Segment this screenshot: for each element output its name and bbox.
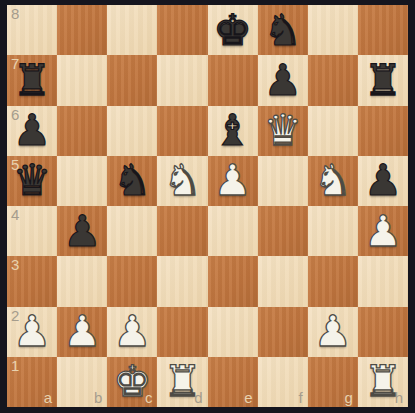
chess-board: 8♚♞7♜♟♜6♟♝♛5♛♞♞♟♞♟4♟♟32♟♟♟♟1abc♚d♜efgh♜ bbox=[7, 5, 408, 407]
piece-black-bishop-e6[interactable]: ♝ bbox=[213, 109, 252, 152]
piece-black-pawn-f7[interactable]: ♟ bbox=[263, 59, 302, 102]
square-f6[interactable]: ♛ bbox=[258, 106, 308, 156]
square-g8[interactable] bbox=[308, 5, 358, 55]
square-e8[interactable]: ♚ bbox=[208, 5, 258, 55]
square-b3[interactable] bbox=[57, 256, 107, 306]
square-f7[interactable]: ♟ bbox=[258, 55, 308, 105]
square-c2[interactable]: ♟ bbox=[107, 307, 157, 357]
square-a4[interactable]: 4 bbox=[7, 206, 57, 256]
rank-label-1: 1 bbox=[11, 358, 19, 375]
file-label-b: b bbox=[94, 390, 102, 407]
file-label-f: f bbox=[299, 390, 303, 407]
square-f2[interactable] bbox=[258, 307, 308, 357]
square-c6[interactable] bbox=[107, 106, 157, 156]
square-a7[interactable]: 7♜ bbox=[7, 55, 57, 105]
square-e6[interactable]: ♝ bbox=[208, 106, 258, 156]
piece-black-knight-c5[interactable]: ♞ bbox=[113, 159, 152, 202]
square-a6[interactable]: 6♟ bbox=[7, 106, 57, 156]
square-a1[interactable]: 1a bbox=[7, 357, 57, 407]
square-g1[interactable]: g bbox=[308, 357, 358, 407]
square-h8[interactable] bbox=[358, 5, 408, 55]
piece-white-queen-f6[interactable]: ♛ bbox=[263, 109, 302, 152]
piece-black-king-e8[interactable]: ♚ bbox=[213, 9, 252, 52]
square-b8[interactable] bbox=[57, 5, 107, 55]
piece-white-knight-g5[interactable]: ♞ bbox=[314, 159, 353, 202]
rank-label-8: 8 bbox=[11, 6, 19, 23]
square-c3[interactable] bbox=[107, 256, 157, 306]
piece-white-king-c1[interactable]: ♚ bbox=[113, 360, 152, 403]
square-c7[interactable] bbox=[107, 55, 157, 105]
square-e4[interactable] bbox=[208, 206, 258, 256]
square-c1[interactable]: c♚ bbox=[107, 357, 157, 407]
piece-white-pawn-e5[interactable]: ♟ bbox=[213, 159, 252, 202]
piece-black-knight-f8[interactable]: ♞ bbox=[263, 9, 302, 52]
square-d6[interactable] bbox=[157, 106, 207, 156]
square-h5[interactable]: ♟ bbox=[358, 156, 408, 206]
square-f5[interactable] bbox=[258, 156, 308, 206]
square-b4[interactable]: ♟ bbox=[57, 206, 107, 256]
piece-white-pawn-b2[interactable]: ♟ bbox=[63, 310, 102, 353]
square-c5[interactable]: ♞ bbox=[107, 156, 157, 206]
piece-white-rook-d1[interactable]: ♜ bbox=[163, 360, 202, 403]
square-d5[interactable]: ♞ bbox=[157, 156, 207, 206]
rank-label-3: 3 bbox=[11, 257, 19, 274]
square-e3[interactable] bbox=[208, 256, 258, 306]
square-b6[interactable] bbox=[57, 106, 107, 156]
piece-white-knight-d5[interactable]: ♞ bbox=[163, 159, 202, 202]
square-e7[interactable] bbox=[208, 55, 258, 105]
file-label-a: a bbox=[44, 390, 52, 407]
square-h3[interactable] bbox=[358, 256, 408, 306]
square-d2[interactable] bbox=[157, 307, 207, 357]
square-g5[interactable]: ♞ bbox=[308, 156, 358, 206]
square-h2[interactable] bbox=[358, 307, 408, 357]
piece-white-pawn-c2[interactable]: ♟ bbox=[113, 310, 152, 353]
square-g2[interactable]: ♟ bbox=[308, 307, 358, 357]
square-a5[interactable]: 5♛ bbox=[7, 156, 57, 206]
piece-black-queen-a5[interactable]: ♛ bbox=[13, 159, 52, 202]
piece-white-pawn-g2[interactable]: ♟ bbox=[314, 310, 353, 353]
square-e2[interactable] bbox=[208, 307, 258, 357]
rank-label-4: 4 bbox=[11, 207, 19, 224]
square-c8[interactable] bbox=[107, 5, 157, 55]
square-f8[interactable]: ♞ bbox=[258, 5, 308, 55]
square-d3[interactable] bbox=[157, 256, 207, 306]
piece-white-pawn-a2[interactable]: ♟ bbox=[13, 310, 52, 353]
square-b1[interactable]: b bbox=[57, 357, 107, 407]
square-d7[interactable] bbox=[157, 55, 207, 105]
square-a3[interactable]: 3 bbox=[7, 256, 57, 306]
piece-white-rook-h1[interactable]: ♜ bbox=[364, 360, 403, 403]
square-h1[interactable]: h♜ bbox=[358, 357, 408, 407]
file-label-g: g bbox=[345, 390, 353, 407]
piece-white-pawn-h4[interactable]: ♟ bbox=[364, 210, 403, 253]
chess-board-frame: 8♚♞7♜♟♜6♟♝♛5♛♞♞♟♞♟4♟♟32♟♟♟♟1abc♚d♜efgh♜ bbox=[0, 0, 415, 413]
piece-black-rook-h7[interactable]: ♜ bbox=[364, 59, 403, 102]
square-d1[interactable]: d♜ bbox=[157, 357, 207, 407]
square-b7[interactable] bbox=[57, 55, 107, 105]
square-c4[interactable] bbox=[107, 206, 157, 256]
piece-black-pawn-a6[interactable]: ♟ bbox=[13, 109, 52, 152]
square-e5[interactable]: ♟ bbox=[208, 156, 258, 206]
piece-black-pawn-b4[interactable]: ♟ bbox=[63, 210, 102, 253]
square-h6[interactable] bbox=[358, 106, 408, 156]
square-d8[interactable] bbox=[157, 5, 207, 55]
square-b5[interactable] bbox=[57, 156, 107, 206]
square-a8[interactable]: 8 bbox=[7, 5, 57, 55]
square-e1[interactable]: e bbox=[208, 357, 258, 407]
square-h7[interactable]: ♜ bbox=[358, 55, 408, 105]
square-a2[interactable]: 2♟ bbox=[7, 307, 57, 357]
square-h4[interactable]: ♟ bbox=[358, 206, 408, 256]
file-label-e: e bbox=[244, 390, 252, 407]
square-b2[interactable]: ♟ bbox=[57, 307, 107, 357]
piece-black-rook-a7[interactable]: ♜ bbox=[13, 59, 52, 102]
square-f4[interactable] bbox=[258, 206, 308, 256]
square-f1[interactable]: f bbox=[258, 357, 308, 407]
square-g4[interactable] bbox=[308, 206, 358, 256]
piece-black-pawn-h5[interactable]: ♟ bbox=[364, 159, 403, 202]
square-g6[interactable] bbox=[308, 106, 358, 156]
square-d4[interactable] bbox=[157, 206, 207, 256]
square-g7[interactable] bbox=[308, 55, 358, 105]
square-f3[interactable] bbox=[258, 256, 308, 306]
square-g3[interactable] bbox=[308, 256, 358, 306]
